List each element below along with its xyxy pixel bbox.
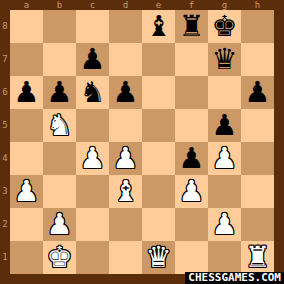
file-label-h: h (241, 0, 274, 10)
square-d7[interactable] (109, 43, 142, 76)
rank-label-5: 5 (0, 109, 10, 142)
square-d4[interactable]: ♟ (109, 142, 142, 175)
square-c6[interactable]: ♞ (76, 76, 109, 109)
black-pawn-d6: ♟ (113, 76, 139, 109)
square-a6[interactable]: ♟ (10, 76, 43, 109)
chessgames-board-diagram: abcdefgh 87654321 ♝♜♚♟♛♟♟♞♟♟♞♟♟♟♟♟♟♝♟♟♟♚… (0, 0, 284, 284)
square-h1[interactable]: ♜ (241, 241, 274, 274)
square-h3[interactable] (241, 175, 274, 208)
square-c7[interactable]: ♟ (76, 43, 109, 76)
square-g1[interactable] (208, 241, 241, 274)
square-h5[interactable] (241, 109, 274, 142)
square-b1[interactable]: ♚ (43, 241, 76, 274)
square-h8[interactable] (241, 10, 274, 43)
white-king-b1: ♚ (47, 241, 73, 274)
rank-label-6: 6 (0, 76, 10, 109)
square-e3[interactable] (142, 175, 175, 208)
square-c1[interactable] (76, 241, 109, 274)
white-pawn-g4: ♟ (212, 142, 238, 175)
square-a3[interactable]: ♟ (10, 175, 43, 208)
square-e4[interactable] (142, 142, 175, 175)
square-f3[interactable]: ♟ (175, 175, 208, 208)
white-bishop-d3: ♝ (113, 175, 139, 208)
file-label-e: e (142, 0, 175, 10)
white-pawn-b2: ♟ (47, 208, 73, 241)
square-a1[interactable] (10, 241, 43, 274)
chessgames-watermark: CHESSGAMES.COM (185, 272, 284, 284)
square-e1[interactable]: ♛ (142, 241, 175, 274)
square-c8[interactable] (76, 10, 109, 43)
square-g4[interactable]: ♟ (208, 142, 241, 175)
white-rook-h1: ♜ (245, 241, 271, 274)
square-b6[interactable]: ♟ (43, 76, 76, 109)
square-b5[interactable]: ♞ (43, 109, 76, 142)
rank-label-7: 7 (0, 43, 10, 76)
square-a2[interactable] (10, 208, 43, 241)
chess-board: ♝♜♚♟♛♟♟♞♟♟♞♟♟♟♟♟♟♝♟♟♟♚♛♜ (10, 10, 274, 274)
black-rook-f8: ♜ (179, 10, 205, 43)
file-label-d: d (109, 0, 142, 10)
square-f8[interactable]: ♜ (175, 10, 208, 43)
square-d3[interactable]: ♝ (109, 175, 142, 208)
square-b2[interactable]: ♟ (43, 208, 76, 241)
square-h6[interactable]: ♟ (241, 76, 274, 109)
square-e8[interactable]: ♝ (142, 10, 175, 43)
square-g6[interactable] (208, 76, 241, 109)
square-b3[interactable] (43, 175, 76, 208)
black-pawn-a6: ♟ (14, 76, 40, 109)
white-queen-e1: ♛ (146, 241, 172, 274)
file-label-g: g (208, 0, 241, 10)
square-e5[interactable] (142, 109, 175, 142)
square-d5[interactable] (109, 109, 142, 142)
black-pawn-f4: ♟ (179, 142, 205, 175)
square-h7[interactable] (241, 43, 274, 76)
file-label-c: c (76, 0, 109, 10)
square-f1[interactable] (175, 241, 208, 274)
black-king-g8: ♚ (212, 10, 238, 43)
square-f7[interactable] (175, 43, 208, 76)
rank-label-1: 1 (0, 241, 10, 274)
rank-label-4: 4 (0, 142, 10, 175)
square-g3[interactable] (208, 175, 241, 208)
square-d6[interactable]: ♟ (109, 76, 142, 109)
square-e7[interactable] (142, 43, 175, 76)
file-label-a: a (10, 0, 43, 10)
square-f6[interactable] (175, 76, 208, 109)
rank-label-3: 3 (0, 175, 10, 208)
square-a4[interactable] (10, 142, 43, 175)
square-e6[interactable] (142, 76, 175, 109)
square-c2[interactable] (76, 208, 109, 241)
black-bishop-e8: ♝ (146, 10, 172, 43)
square-d8[interactable] (109, 10, 142, 43)
square-h2[interactable] (241, 208, 274, 241)
square-a7[interactable] (10, 43, 43, 76)
square-a5[interactable] (10, 109, 43, 142)
square-g8[interactable]: ♚ (208, 10, 241, 43)
square-h4[interactable] (241, 142, 274, 175)
rank-label-2: 2 (0, 208, 10, 241)
square-f4[interactable]: ♟ (175, 142, 208, 175)
square-c4[interactable]: ♟ (76, 142, 109, 175)
white-pawn-f3: ♟ (179, 175, 205, 208)
black-pawn-c7: ♟ (80, 43, 106, 76)
square-c5[interactable] (76, 109, 109, 142)
square-e2[interactable] (142, 208, 175, 241)
white-pawn-c4: ♟ (80, 142, 106, 175)
square-b4[interactable] (43, 142, 76, 175)
square-g2[interactable]: ♟ (208, 208, 241, 241)
file-label-b: b (43, 0, 76, 10)
square-d1[interactable] (109, 241, 142, 274)
black-queen-g7: ♛ (212, 43, 238, 76)
square-f2[interactable] (175, 208, 208, 241)
square-a8[interactable] (10, 10, 43, 43)
white-pawn-a3: ♟ (14, 175, 40, 208)
square-f5[interactable] (175, 109, 208, 142)
square-b7[interactable] (43, 43, 76, 76)
white-knight-b5: ♞ (47, 109, 73, 142)
black-pawn-h6: ♟ (245, 76, 271, 109)
rank-label-8: 8 (0, 10, 10, 43)
square-c3[interactable] (76, 175, 109, 208)
black-pawn-g5: ♟ (212, 109, 238, 142)
square-d2[interactable] (109, 208, 142, 241)
square-g5[interactable]: ♟ (208, 109, 241, 142)
black-pawn-b6: ♟ (47, 76, 73, 109)
white-pawn-d4: ♟ (113, 142, 139, 175)
file-label-f: f (175, 0, 208, 10)
square-b8[interactable] (43, 10, 76, 43)
square-g7[interactable]: ♛ (208, 43, 241, 76)
black-knight-c6: ♞ (80, 76, 106, 109)
white-pawn-g2: ♟ (212, 208, 238, 241)
